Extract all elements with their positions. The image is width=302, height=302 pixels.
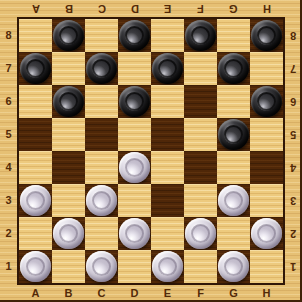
- piece-core: [125, 224, 144, 243]
- file-label-top-a: A: [32, 3, 40, 14]
- piece-core: [158, 59, 177, 78]
- square-a3[interactable]: [19, 184, 52, 217]
- piece-core: [92, 59, 111, 78]
- square-c1[interactable]: [85, 250, 118, 283]
- square-a7[interactable]: [19, 52, 52, 85]
- square-h1[interactable]: [250, 250, 283, 283]
- square-d5[interactable]: [118, 118, 151, 151]
- square-g5[interactable]: [217, 118, 250, 151]
- file-label-bottom-g: G: [229, 288, 238, 299]
- square-b1[interactable]: [52, 250, 85, 283]
- black-piece-b8[interactable]: [53, 20, 84, 51]
- piece-core: [59, 224, 78, 243]
- square-b7[interactable]: [52, 52, 85, 85]
- white-piece-d4[interactable]: [119, 152, 150, 183]
- square-g7[interactable]: [217, 52, 250, 85]
- file-label-top-g: G: [229, 3, 238, 14]
- piece-core: [26, 257, 45, 276]
- square-a1[interactable]: [19, 250, 52, 283]
- square-b3[interactable]: [52, 184, 85, 217]
- file-label-top-d: D: [131, 3, 139, 14]
- piece-core: [125, 26, 144, 45]
- rank-label-left-8: 8: [5, 30, 11, 41]
- black-piece-a7[interactable]: [20, 53, 51, 84]
- piece-core: [191, 26, 210, 45]
- file-label-bottom-d: D: [131, 288, 139, 299]
- square-a5[interactable]: [19, 118, 52, 151]
- file-label-top-h: H: [263, 3, 271, 14]
- square-f6[interactable]: [184, 85, 217, 118]
- piece-core: [92, 191, 111, 210]
- square-d6[interactable]: [118, 85, 151, 118]
- white-piece-h2[interactable]: [251, 218, 282, 249]
- white-piece-e1[interactable]: [152, 251, 183, 282]
- file-label-bottom-f: F: [197, 288, 204, 299]
- square-f2[interactable]: [184, 217, 217, 250]
- square-e1[interactable]: [151, 250, 184, 283]
- rank-label-left-2: 2: [5, 228, 11, 239]
- square-a4[interactable]: [19, 151, 52, 184]
- rank-label-left-5: 5: [5, 129, 11, 140]
- square-e4[interactable]: [151, 151, 184, 184]
- piece-core: [191, 224, 210, 243]
- piece-core: [257, 26, 276, 45]
- piece-core: [224, 257, 243, 276]
- square-g6[interactable]: [217, 85, 250, 118]
- piece-core: [257, 92, 276, 111]
- square-h8[interactable]: [250, 19, 283, 52]
- square-d3[interactable]: [118, 184, 151, 217]
- square-c7[interactable]: [85, 52, 118, 85]
- board-grid: [17, 17, 285, 285]
- square-c4[interactable]: [85, 151, 118, 184]
- square-c6[interactable]: [85, 85, 118, 118]
- square-h2[interactable]: [250, 217, 283, 250]
- square-f5[interactable]: [184, 118, 217, 151]
- piece-core: [26, 191, 45, 210]
- black-piece-f8[interactable]: [185, 20, 216, 51]
- white-piece-a3[interactable]: [20, 185, 51, 216]
- checkers-board-screen: ABCDEFGH ABCDEFGH 87654321 87654321: [0, 0, 302, 302]
- white-piece-g3[interactable]: [218, 185, 249, 216]
- square-f8[interactable]: [184, 19, 217, 52]
- white-piece-g1[interactable]: [218, 251, 249, 282]
- rank-label-right-6: 6: [290, 96, 296, 107]
- square-e2[interactable]: [151, 217, 184, 250]
- square-f1[interactable]: [184, 250, 217, 283]
- white-piece-b2[interactable]: [53, 218, 84, 249]
- file-label-bottom-h: H: [263, 288, 271, 299]
- piece-core: [257, 224, 276, 243]
- square-h3[interactable]: [250, 184, 283, 217]
- rank-label-right-8: 8: [290, 30, 296, 41]
- black-piece-h6[interactable]: [251, 86, 282, 117]
- piece-core: [59, 26, 78, 45]
- square-c3[interactable]: [85, 184, 118, 217]
- rank-label-right-5: 5: [290, 129, 296, 140]
- square-f7[interactable]: [184, 52, 217, 85]
- black-piece-g7[interactable]: [218, 53, 249, 84]
- rank-labels-left: 87654321: [0, 19, 17, 283]
- piece-core: [224, 191, 243, 210]
- piece-core: [158, 257, 177, 276]
- square-g8[interactable]: [217, 19, 250, 52]
- square-f4[interactable]: [184, 151, 217, 184]
- square-h5[interactable]: [250, 118, 283, 151]
- white-piece-d2[interactable]: [119, 218, 150, 249]
- file-label-top-e: E: [164, 3, 171, 14]
- piece-core: [125, 158, 144, 177]
- square-b5[interactable]: [52, 118, 85, 151]
- white-piece-c1[interactable]: [86, 251, 117, 282]
- file-label-bottom-b: B: [65, 288, 73, 299]
- black-piece-c7[interactable]: [86, 53, 117, 84]
- black-piece-e7[interactable]: [152, 53, 183, 84]
- black-piece-b6[interactable]: [53, 86, 84, 117]
- square-e3[interactable]: [151, 184, 184, 217]
- square-g1[interactable]: [217, 250, 250, 283]
- piece-core: [59, 92, 78, 111]
- square-e7[interactable]: [151, 52, 184, 85]
- square-e6[interactable]: [151, 85, 184, 118]
- square-e8[interactable]: [151, 19, 184, 52]
- rank-label-right-3: 3: [290, 195, 296, 206]
- black-piece-g5[interactable]: [218, 119, 249, 150]
- square-g4[interactable]: [217, 151, 250, 184]
- rank-label-left-4: 4: [5, 162, 11, 173]
- piece-core: [26, 59, 45, 78]
- square-h7[interactable]: [250, 52, 283, 85]
- square-d4[interactable]: [118, 151, 151, 184]
- white-piece-a1[interactable]: [20, 251, 51, 282]
- square-a2[interactable]: [19, 217, 52, 250]
- square-b6[interactable]: [52, 85, 85, 118]
- black-piece-d6[interactable]: [119, 86, 150, 117]
- square-d7[interactable]: [118, 52, 151, 85]
- square-d1[interactable]: [118, 250, 151, 283]
- piece-core: [224, 125, 243, 144]
- file-label-top-b: B: [65, 3, 73, 14]
- rank-label-right-7: 7: [290, 63, 296, 74]
- black-piece-h8[interactable]: [251, 20, 282, 51]
- file-labels-bottom: ABCDEFGH: [19, 285, 283, 302]
- square-a8[interactable]: [19, 19, 52, 52]
- black-piece-d8[interactable]: [119, 20, 150, 51]
- file-labels-top: ABCDEFGH: [19, 0, 283, 17]
- square-f3[interactable]: [184, 184, 217, 217]
- square-c2[interactable]: [85, 217, 118, 250]
- rank-label-right-4: 4: [290, 162, 296, 173]
- square-b2[interactable]: [52, 217, 85, 250]
- square-b8[interactable]: [52, 19, 85, 52]
- file-label-bottom-c: C: [98, 288, 106, 299]
- square-a6[interactable]: [19, 85, 52, 118]
- square-b4[interactable]: [52, 151, 85, 184]
- file-label-bottom-e: E: [164, 288, 171, 299]
- square-h4[interactable]: [250, 151, 283, 184]
- square-g3[interactable]: [217, 184, 250, 217]
- rank-label-left-1: 1: [5, 261, 11, 272]
- piece-core: [125, 92, 144, 111]
- square-d2[interactable]: [118, 217, 151, 250]
- white-piece-c3[interactable]: [86, 185, 117, 216]
- square-h6[interactable]: [250, 85, 283, 118]
- file-label-top-f: F: [197, 3, 204, 14]
- rank-label-right-2: 2: [290, 228, 296, 239]
- piece-core: [92, 257, 111, 276]
- square-g2[interactable]: [217, 217, 250, 250]
- square-c8[interactable]: [85, 19, 118, 52]
- file-label-bottom-a: A: [32, 288, 40, 299]
- piece-core: [224, 59, 243, 78]
- rank-label-right-1: 1: [290, 261, 296, 272]
- white-piece-f2[interactable]: [185, 218, 216, 249]
- rank-label-left-3: 3: [5, 195, 11, 206]
- rank-labels-right: 87654321: [285, 19, 302, 283]
- square-e5[interactable]: [151, 118, 184, 151]
- square-c5[interactable]: [85, 118, 118, 151]
- rank-label-left-7: 7: [5, 63, 11, 74]
- square-d8[interactable]: [118, 19, 151, 52]
- rank-label-left-6: 6: [5, 96, 11, 107]
- file-label-top-c: C: [98, 3, 106, 14]
